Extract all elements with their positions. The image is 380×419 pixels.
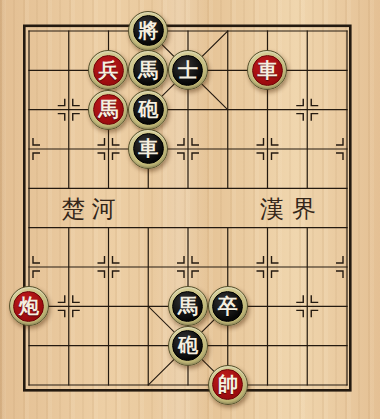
- piece-black-chariot[interactable]: 車: [128, 129, 168, 169]
- piece-red-general[interactable]: 帥: [208, 365, 248, 405]
- piece-black-advisor[interactable]: 士: [168, 50, 208, 90]
- piece-black-soldier[interactable]: 卒: [208, 286, 248, 326]
- piece-glyph: 砲: [133, 94, 164, 125]
- piece-glyph: 帥: [212, 369, 243, 400]
- piece-red-horse[interactable]: 馬: [88, 90, 128, 130]
- piece-glyph: 炮: [13, 291, 44, 322]
- piece-glyph: 兵: [93, 55, 124, 86]
- piece-red-soldier[interactable]: 兵: [88, 50, 128, 90]
- piece-black-horse[interactable]: 馬: [168, 286, 208, 326]
- piece-black-cannon[interactable]: 砲: [168, 326, 208, 366]
- piece-glyph: 馬: [93, 94, 124, 125]
- piece-black-general[interactable]: 將: [128, 11, 168, 51]
- piece-red-chariot[interactable]: 車: [247, 50, 287, 90]
- piece-black-horse[interactable]: 馬: [128, 50, 168, 90]
- piece-glyph: 將: [133, 15, 164, 46]
- pieces-layer: 將兵馬士車馬砲車炮馬卒砲帥: [9, 11, 367, 404]
- piece-glyph: 車: [133, 133, 164, 164]
- piece-glyph: 砲: [172, 330, 203, 361]
- piece-black-cannon[interactable]: 砲: [128, 90, 168, 130]
- piece-glyph: 馬: [133, 55, 164, 86]
- piece-glyph: 卒: [212, 291, 243, 322]
- xiangqi-board: 楚 河 漢 界 將兵馬士車馬砲車炮馬卒砲帥: [0, 0, 380, 419]
- piece-glyph: 車: [252, 55, 283, 86]
- piece-glyph: 馬: [172, 291, 203, 322]
- piece-red-cannon[interactable]: 炮: [9, 286, 49, 326]
- piece-glyph: 士: [172, 55, 203, 86]
